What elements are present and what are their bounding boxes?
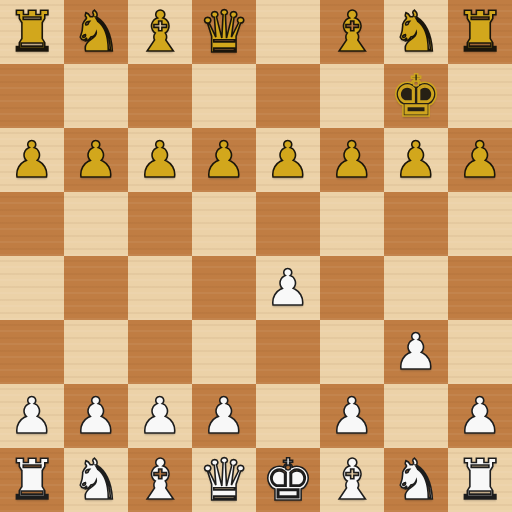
square-d1[interactable]: ♛ — [192, 448, 256, 512]
square-a6[interactable]: ♟ — [0, 128, 64, 192]
square-e8[interactable] — [256, 0, 320, 64]
piece-black-pawn[interactable]: ♟ — [192, 128, 256, 192]
piece-white-pawn[interactable]: ♟ — [192, 384, 256, 448]
piece-white-pawn[interactable]: ♟ — [128, 384, 192, 448]
piece-black-king[interactable]: ♚ — [384, 64, 448, 128]
square-f4[interactable] — [320, 256, 384, 320]
piece-white-rook[interactable]: ♜ — [0, 448, 64, 512]
square-g5[interactable] — [384, 192, 448, 256]
square-d8[interactable]: ♛ — [192, 0, 256, 64]
square-c7[interactable] — [128, 64, 192, 128]
square-b1[interactable]: ♞ — [64, 448, 128, 512]
square-e3[interactable] — [256, 320, 320, 384]
square-a3[interactable] — [0, 320, 64, 384]
square-c6[interactable]: ♟ — [128, 128, 192, 192]
square-b2[interactable]: ♟ — [64, 384, 128, 448]
square-e1[interactable]: ♚ — [256, 448, 320, 512]
square-e6[interactable]: ♟ — [256, 128, 320, 192]
square-c3[interactable] — [128, 320, 192, 384]
square-f2[interactable]: ♟ — [320, 384, 384, 448]
square-h8[interactable]: ♜ — [448, 0, 512, 64]
square-h1[interactable]: ♜ — [448, 448, 512, 512]
square-b4[interactable] — [64, 256, 128, 320]
piece-black-queen[interactable]: ♛ — [192, 0, 256, 64]
piece-black-pawn[interactable]: ♟ — [64, 128, 128, 192]
square-e4[interactable]: ♟ — [256, 256, 320, 320]
square-f6[interactable]: ♟ — [320, 128, 384, 192]
piece-white-bishop[interactable]: ♝ — [320, 448, 384, 512]
piece-black-pawn[interactable]: ♟ — [128, 128, 192, 192]
piece-black-pawn[interactable]: ♟ — [384, 128, 448, 192]
square-c8[interactable]: ♝ — [128, 0, 192, 64]
piece-white-knight[interactable]: ♞ — [64, 448, 128, 512]
square-d3[interactable] — [192, 320, 256, 384]
square-c2[interactable]: ♟ — [128, 384, 192, 448]
square-e5[interactable] — [256, 192, 320, 256]
piece-black-rook[interactable]: ♜ — [448, 0, 512, 64]
square-a5[interactable] — [0, 192, 64, 256]
piece-black-knight[interactable]: ♞ — [384, 0, 448, 64]
square-c1[interactable]: ♝ — [128, 448, 192, 512]
square-h2[interactable]: ♟ — [448, 384, 512, 448]
square-f8[interactable]: ♝ — [320, 0, 384, 64]
square-e2[interactable] — [256, 384, 320, 448]
square-g7[interactable]: ♚ — [384, 64, 448, 128]
square-f1[interactable]: ♝ — [320, 448, 384, 512]
square-g6[interactable]: ♟ — [384, 128, 448, 192]
square-g3[interactable]: ♟ — [384, 320, 448, 384]
square-a2[interactable]: ♟ — [0, 384, 64, 448]
square-d7[interactable] — [192, 64, 256, 128]
piece-black-bishop[interactable]: ♝ — [320, 0, 384, 64]
square-b5[interactable] — [64, 192, 128, 256]
piece-white-knight[interactable]: ♞ — [384, 448, 448, 512]
square-b6[interactable]: ♟ — [64, 128, 128, 192]
square-g1[interactable]: ♞ — [384, 448, 448, 512]
chess-board: ♜♞♝♛♝♞♜♚♟♟♟♟♟♟♟♟♟♟♟♟♟♟♟♟♜♞♝♛♚♝♞♜ — [0, 0, 512, 512]
square-h6[interactable]: ♟ — [448, 128, 512, 192]
square-d5[interactable] — [192, 192, 256, 256]
piece-black-pawn[interactable]: ♟ — [256, 128, 320, 192]
piece-black-knight[interactable]: ♞ — [64, 0, 128, 64]
square-a7[interactable] — [0, 64, 64, 128]
square-d2[interactable]: ♟ — [192, 384, 256, 448]
square-a8[interactable]: ♜ — [0, 0, 64, 64]
square-c5[interactable] — [128, 192, 192, 256]
square-b3[interactable] — [64, 320, 128, 384]
square-g8[interactable]: ♞ — [384, 0, 448, 64]
piece-white-pawn[interactable]: ♟ — [384, 320, 448, 384]
piece-white-pawn[interactable]: ♟ — [320, 384, 384, 448]
square-f5[interactable] — [320, 192, 384, 256]
piece-white-queen[interactable]: ♛ — [192, 448, 256, 512]
piece-black-pawn[interactable]: ♟ — [320, 128, 384, 192]
piece-white-pawn[interactable]: ♟ — [448, 384, 512, 448]
square-h5[interactable] — [448, 192, 512, 256]
piece-black-rook[interactable]: ♜ — [0, 0, 64, 64]
square-d6[interactable]: ♟ — [192, 128, 256, 192]
square-f7[interactable] — [320, 64, 384, 128]
square-a1[interactable]: ♜ — [0, 448, 64, 512]
square-d4[interactable] — [192, 256, 256, 320]
square-g2[interactable] — [384, 384, 448, 448]
square-h4[interactable] — [448, 256, 512, 320]
square-a4[interactable] — [0, 256, 64, 320]
square-b8[interactable]: ♞ — [64, 0, 128, 64]
piece-white-king[interactable]: ♚ — [256, 448, 320, 512]
piece-white-pawn[interactable]: ♟ — [0, 384, 64, 448]
piece-black-pawn[interactable]: ♟ — [448, 128, 512, 192]
piece-black-pawn[interactable]: ♟ — [0, 128, 64, 192]
piece-white-bishop[interactable]: ♝ — [128, 448, 192, 512]
square-g4[interactable] — [384, 256, 448, 320]
piece-white-pawn[interactable]: ♟ — [64, 384, 128, 448]
square-h7[interactable] — [448, 64, 512, 128]
piece-white-rook[interactable]: ♜ — [448, 448, 512, 512]
piece-white-pawn[interactable]: ♟ — [256, 256, 320, 320]
square-e7[interactable] — [256, 64, 320, 128]
piece-black-bishop[interactable]: ♝ — [128, 0, 192, 64]
square-f3[interactable] — [320, 320, 384, 384]
square-c4[interactable] — [128, 256, 192, 320]
square-h3[interactable] — [448, 320, 512, 384]
square-b7[interactable] — [64, 64, 128, 128]
